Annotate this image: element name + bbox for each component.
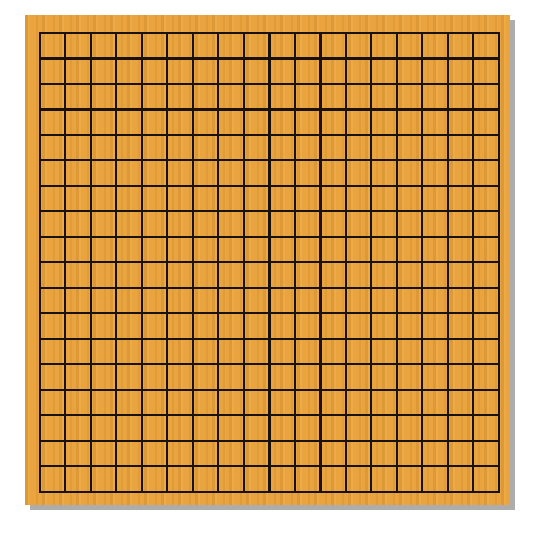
grid-lines (39, 32, 500, 493)
go-game-screenshot (0, 0, 545, 537)
go-board[interactable] (25, 15, 510, 505)
